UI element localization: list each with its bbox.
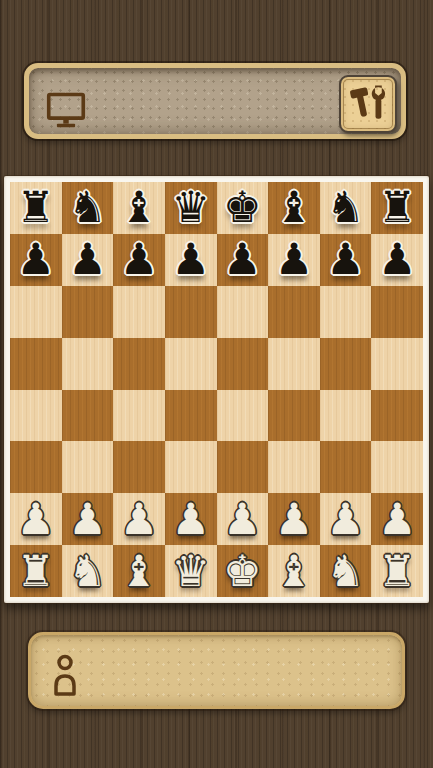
square-h6[interactable] (371, 286, 423, 338)
square-c5[interactable] (113, 338, 165, 390)
square-a4[interactable] (10, 390, 62, 442)
square-e5[interactable] (217, 338, 269, 390)
square-a6[interactable] (10, 286, 62, 338)
tools-icon (348, 83, 388, 126)
square-c6[interactable] (113, 286, 165, 338)
square-c2[interactable]: ♟ (113, 493, 165, 545)
app-screen: ♜♞♝♛♚♝♞♜♟♟♟♟♟♟♟♟♟♟♟♟♟♟♟♟♜♞♝♛♚♝♞♜ (0, 0, 433, 768)
square-g6[interactable] (320, 286, 372, 338)
piece-white-rook: ♜ (17, 550, 56, 593)
square-g7[interactable]: ♟ (320, 234, 372, 286)
piece-black-pawn: ♟ (68, 238, 107, 281)
piece-black-rook: ♜ (378, 186, 417, 229)
piece-black-pawn: ♟ (223, 238, 262, 281)
square-d5[interactable] (165, 338, 217, 390)
square-b6[interactable] (62, 286, 114, 338)
square-h4[interactable] (371, 390, 423, 442)
square-h7[interactable]: ♟ (371, 234, 423, 286)
square-g3[interactable] (320, 441, 372, 493)
square-c1[interactable]: ♝ (113, 545, 165, 597)
piece-white-rook: ♜ (378, 550, 417, 593)
square-d6[interactable] (165, 286, 217, 338)
piece-black-pawn: ♟ (17, 238, 56, 281)
square-e2[interactable]: ♟ (217, 493, 269, 545)
square-a8[interactable]: ♜ (10, 182, 62, 234)
piece-white-pawn: ♟ (275, 498, 314, 541)
square-g1[interactable]: ♞ (320, 545, 372, 597)
square-d3[interactable] (165, 441, 217, 493)
square-f8[interactable]: ♝ (268, 182, 320, 234)
piece-black-bishop: ♝ (120, 186, 159, 229)
square-d4[interactable] (165, 390, 217, 442)
piece-black-bishop: ♝ (275, 186, 314, 229)
piece-black-queen: ♛ (171, 186, 210, 229)
square-c4[interactable] (113, 390, 165, 442)
piece-white-pawn: ♟ (17, 498, 56, 541)
square-c3[interactable] (113, 441, 165, 493)
square-a5[interactable] (10, 338, 62, 390)
square-f4[interactable] (268, 390, 320, 442)
square-h5[interactable] (371, 338, 423, 390)
square-h3[interactable] (371, 441, 423, 493)
square-b5[interactable] (62, 338, 114, 390)
settings-button[interactable] (339, 75, 397, 133)
square-g4[interactable] (320, 390, 372, 442)
piece-white-king: ♚ (223, 550, 262, 593)
piece-white-pawn: ♟ (223, 498, 262, 541)
piece-white-knight: ♞ (68, 550, 107, 593)
square-b3[interactable] (62, 441, 114, 493)
square-g8[interactable]: ♞ (320, 182, 372, 234)
square-d1[interactable]: ♛ (165, 545, 217, 597)
square-f1[interactable]: ♝ (268, 545, 320, 597)
square-d8[interactable]: ♛ (165, 182, 217, 234)
square-d7[interactable]: ♟ (165, 234, 217, 286)
piece-black-knight: ♞ (326, 186, 365, 229)
square-h2[interactable]: ♟ (371, 493, 423, 545)
monitor-icon (46, 91, 86, 133)
square-e7[interactable]: ♟ (217, 234, 269, 286)
square-b4[interactable] (62, 390, 114, 442)
piece-white-pawn: ♟ (326, 498, 365, 541)
chess-board: ♜♞♝♛♚♝♞♜♟♟♟♟♟♟♟♟♟♟♟♟♟♟♟♟♜♞♝♛♚♝♞♜ (4, 176, 429, 603)
piece-black-knight: ♞ (68, 186, 107, 229)
square-c7[interactable]: ♟ (113, 234, 165, 286)
square-g2[interactable]: ♟ (320, 493, 372, 545)
square-a2[interactable]: ♟ (10, 493, 62, 545)
square-e8[interactable]: ♚ (217, 182, 269, 234)
square-h1[interactable]: ♜ (371, 545, 423, 597)
square-b8[interactable]: ♞ (62, 182, 114, 234)
square-a1[interactable]: ♜ (10, 545, 62, 597)
piece-black-pawn: ♟ (120, 238, 159, 281)
piece-black-pawn: ♟ (275, 238, 314, 281)
square-f2[interactable]: ♟ (268, 493, 320, 545)
square-c8[interactable]: ♝ (113, 182, 165, 234)
piece-white-pawn: ♟ (120, 498, 159, 541)
square-e1[interactable]: ♚ (217, 545, 269, 597)
square-a7[interactable]: ♟ (10, 234, 62, 286)
square-f3[interactable] (268, 441, 320, 493)
square-b2[interactable]: ♟ (62, 493, 114, 545)
piece-black-pawn: ♟ (326, 238, 365, 281)
piece-white-pawn: ♟ (68, 498, 107, 541)
square-g5[interactable] (320, 338, 372, 390)
square-f6[interactable] (268, 286, 320, 338)
square-e3[interactable] (217, 441, 269, 493)
bottom-player-panel (28, 632, 405, 709)
piece-white-pawn: ♟ (171, 498, 210, 541)
piece-black-king: ♚ (223, 186, 262, 229)
board-grid: ♜♞♝♛♚♝♞♜♟♟♟♟♟♟♟♟♟♟♟♟♟♟♟♟♜♞♝♛♚♝♞♜ (10, 182, 423, 597)
square-f5[interactable] (268, 338, 320, 390)
square-a3[interactable] (10, 441, 62, 493)
top-status-panel (24, 63, 406, 139)
piece-black-pawn: ♟ (171, 238, 210, 281)
square-h8[interactable]: ♜ (371, 182, 423, 234)
piece-white-queen: ♛ (171, 550, 210, 593)
piece-white-bishop: ♝ (120, 550, 159, 593)
piece-white-pawn: ♟ (378, 498, 417, 541)
piece-black-pawn: ♟ (378, 238, 417, 281)
square-b1[interactable]: ♞ (62, 545, 114, 597)
square-f7[interactable]: ♟ (268, 234, 320, 286)
player-icon (52, 654, 78, 700)
square-d2[interactable]: ♟ (165, 493, 217, 545)
piece-white-knight: ♞ (326, 550, 365, 593)
square-b7[interactable]: ♟ (62, 234, 114, 286)
square-e4[interactable] (217, 390, 269, 442)
piece-black-rook: ♜ (17, 186, 56, 229)
piece-white-bishop: ♝ (275, 550, 314, 593)
square-e6[interactable] (217, 286, 269, 338)
